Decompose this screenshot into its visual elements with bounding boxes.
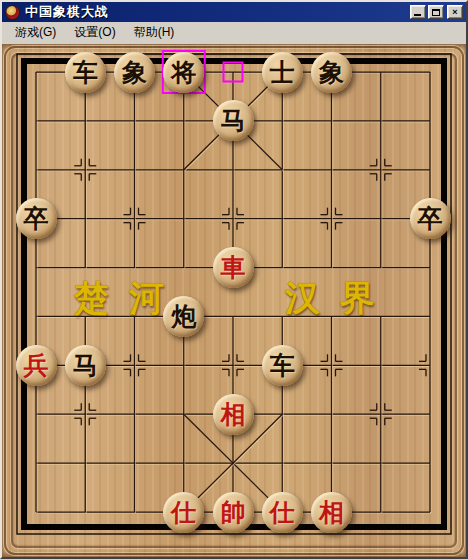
piece-red-advisor[interactable]: 仕	[163, 492, 204, 533]
piece-char-black-soldier: 卒	[24, 206, 49, 231]
piece-black-soldier[interactable]: 卒	[16, 198, 57, 239]
xiangqi-app-icon	[5, 5, 20, 20]
piece-char-black-general: 将	[171, 60, 196, 85]
piece-char-red-chariot: 車	[221, 255, 246, 280]
piece-black-soldier[interactable]: 卒	[410, 198, 451, 239]
menu-bar: 游戏(G) 设置(O) 帮助(H)	[2, 22, 466, 44]
piece-char-black-elephant: 象	[319, 60, 344, 85]
piece-red-elephant[interactable]: 相	[311, 492, 352, 533]
piece-black-horse[interactable]: 马	[213, 100, 254, 141]
piece-red-advisor[interactable]: 仕	[262, 492, 303, 533]
piece-char-red-advisor: 仕	[270, 500, 295, 525]
piece-red-soldier[interactable]: 兵	[16, 345, 57, 386]
menu-item-game[interactable]: 游戏(G)	[6, 21, 65, 45]
piece-char-black-horse: 马	[221, 108, 246, 133]
piece-char-red-advisor: 仕	[171, 500, 196, 525]
piece-red-general[interactable]: 帥	[213, 492, 254, 533]
window-title: 中国象棋大战	[25, 3, 408, 21]
minimize-icon	[414, 14, 421, 16]
piece-black-cannon[interactable]: 炮	[163, 296, 204, 337]
piece-black-elephant[interactable]: 象	[311, 52, 352, 93]
piece-char-black-soldier: 卒	[418, 206, 443, 231]
piece-char-red-soldier: 兵	[24, 353, 49, 378]
piece-black-advisor[interactable]: 士	[262, 52, 303, 93]
piece-char-black-chariot: 车	[270, 353, 295, 378]
menu-item-help[interactable]: 帮助(H)	[125, 21, 184, 45]
piece-black-horse[interactable]: 马	[65, 345, 106, 386]
menu-item-settings[interactable]: 设置(O)	[65, 21, 124, 45]
piece-char-black-elephant: 象	[122, 60, 147, 85]
titlebar[interactable]: 中国象棋大战 ×	[2, 2, 466, 22]
piece-char-red-general: 帥	[221, 500, 246, 525]
xiangqi-board[interactable]: 楚河 汉界 车象将士象马卒卒車炮兵马车相仕帥仕相	[2, 44, 466, 557]
piece-char-red-elephant: 相	[221, 402, 246, 427]
close-button[interactable]: ×	[447, 5, 463, 19]
maximize-button[interactable]	[428, 5, 444, 19]
piece-char-black-advisor: 士	[270, 60, 295, 85]
close-icon: ×	[452, 8, 457, 17]
piece-red-chariot[interactable]: 車	[213, 247, 254, 288]
piece-black-chariot[interactable]: 车	[65, 52, 106, 93]
piece-black-chariot[interactable]: 车	[262, 345, 303, 386]
piece-char-black-chariot: 车	[73, 60, 98, 85]
app-window: 中国象棋大战 × 游戏(G) 设置(O) 帮助(H) 楚河 汉界 车象将士象马卒…	[0, 0, 468, 559]
maximize-icon	[432, 9, 440, 16]
piece-char-black-cannon: 炮	[171, 304, 196, 329]
piece-char-black-horse: 马	[73, 353, 98, 378]
minimize-button[interactable]	[410, 5, 426, 19]
piece-black-general[interactable]: 将	[163, 52, 204, 93]
piece-char-red-elephant: 相	[319, 500, 344, 525]
piece-black-elephant[interactable]: 象	[114, 52, 155, 93]
piece-red-elephant[interactable]: 相	[213, 394, 254, 435]
